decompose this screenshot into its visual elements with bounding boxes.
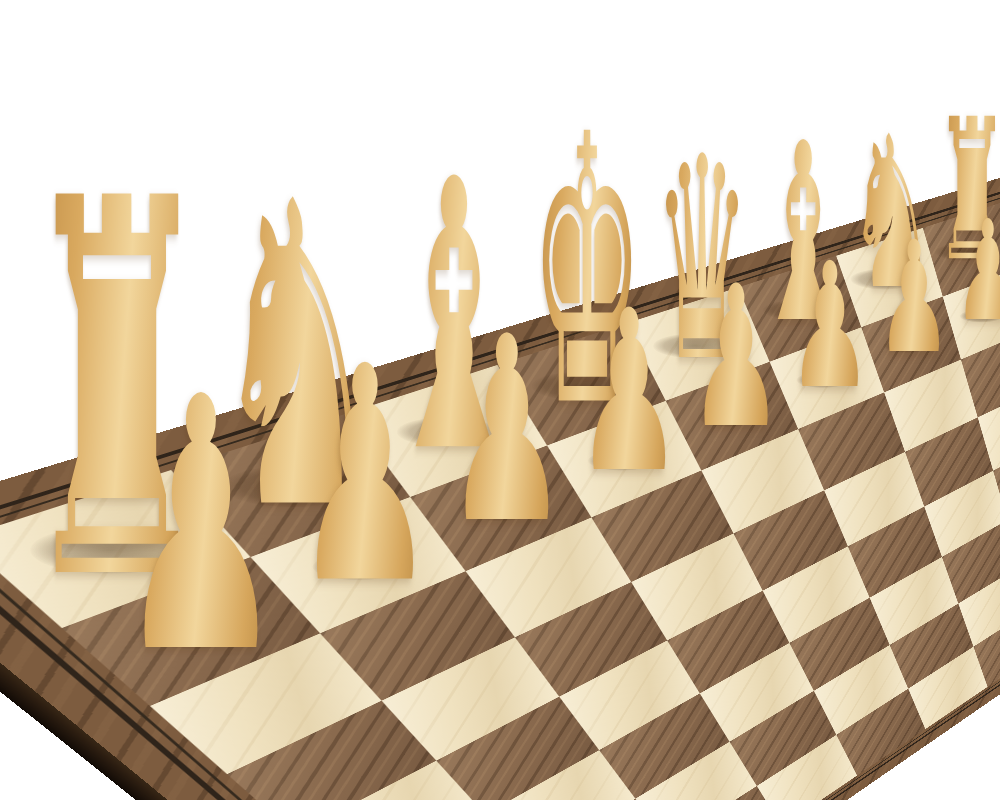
product-photo-scene: ♜♞♝♚♛♝♞♜♟♟♟♟♟♟♟♟ <box>0 0 1000 800</box>
chess-board <box>0 203 1000 800</box>
